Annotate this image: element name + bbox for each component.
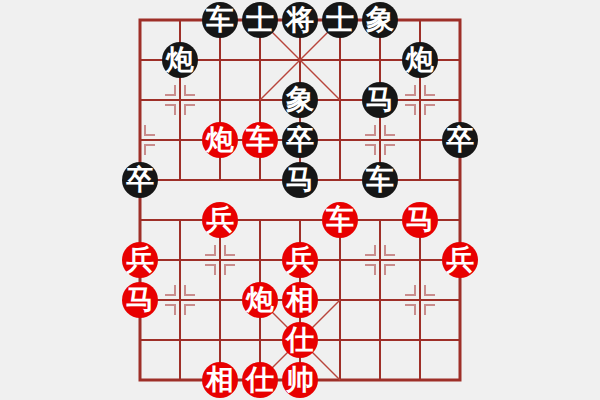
piece-black-chariot[interactable]: 车	[202, 2, 238, 38]
piece-black-soldier[interactable]: 卒	[282, 122, 318, 158]
piece-black-horse[interactable]: 马	[362, 82, 398, 118]
piece-red-soldier[interactable]: 兵	[282, 242, 318, 278]
xiangqi-board[interactable]: 车士将士象炮炮象马炮车卒卒卒马车兵车马兵兵兵马炮相仕相仕帅	[0, 0, 600, 400]
piece-red-chariot[interactable]: 车	[242, 122, 278, 158]
piece-red-general[interactable]: 帅	[282, 362, 318, 398]
piece-black-advisor[interactable]: 士	[322, 2, 358, 38]
piece-black-advisor[interactable]: 士	[242, 2, 278, 38]
piece-red-cannon[interactable]: 炮	[202, 122, 238, 158]
piece-red-horse[interactable]: 马	[402, 202, 438, 238]
piece-red-soldier[interactable]: 兵	[442, 242, 478, 278]
piece-black-horse[interactable]: 马	[282, 162, 318, 198]
piece-black-cannon[interactable]: 炮	[162, 42, 198, 78]
app-background: 车士将士象炮炮象马炮车卒卒卒马车兵车马兵兵兵马炮相仕相仕帅	[0, 0, 600, 400]
piece-black-chariot[interactable]: 车	[362, 162, 398, 198]
piece-black-soldier[interactable]: 卒	[442, 122, 478, 158]
piece-red-cannon[interactable]: 炮	[242, 282, 278, 318]
piece-red-chariot[interactable]: 车	[322, 202, 358, 238]
piece-red-advisor[interactable]: 仕	[282, 322, 318, 358]
pieces-layer: 车士将士象炮炮象马炮车卒卒卒马车兵车马兵兵兵马炮相仕相仕帅	[0, 0, 600, 400]
piece-red-soldier[interactable]: 兵	[122, 242, 158, 278]
piece-red-advisor[interactable]: 仕	[242, 362, 278, 398]
piece-red-horse[interactable]: 马	[122, 282, 158, 318]
piece-black-cannon[interactable]: 炮	[402, 42, 438, 78]
piece-black-elephant[interactable]: 象	[282, 82, 318, 118]
piece-black-soldier[interactable]: 卒	[122, 162, 158, 198]
piece-red-elephant[interactable]: 相	[202, 362, 238, 398]
piece-black-general[interactable]: 将	[282, 2, 318, 38]
piece-red-elephant[interactable]: 相	[282, 282, 318, 318]
piece-red-soldier[interactable]: 兵	[202, 202, 238, 238]
piece-black-elephant[interactable]: 象	[362, 2, 398, 38]
